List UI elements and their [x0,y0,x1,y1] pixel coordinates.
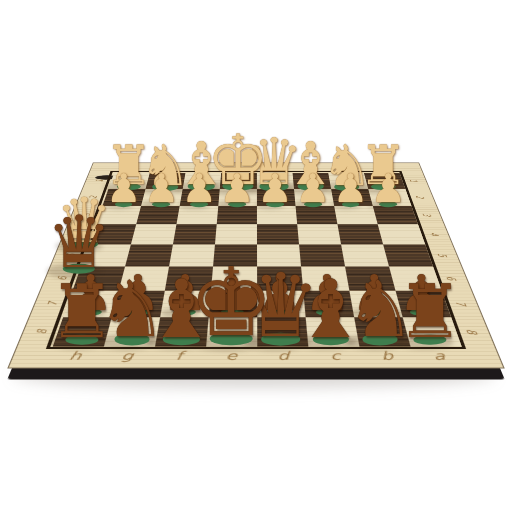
white-pawn-h2[interactable]: ♟ [106,169,142,209]
chess-set-photo: hgfedcba hgfedcba 12345678 12345678 ♜♞♝♛… [0,0,512,512]
white-pawn-d2[interactable]: ♟ [257,169,293,209]
white-pawn-b2[interactable]: ♟ [333,169,369,209]
square-b4[interactable] [337,224,383,244]
square-a4[interactable] [378,224,425,244]
white-pawn-f2[interactable]: ♟ [182,169,218,209]
white-pawn-a2[interactable]: ♟ [371,169,407,209]
white-pawn-g2[interactable]: ♟ [144,169,180,209]
black-rook-h8[interactable]: ♜ [49,275,115,349]
chessboard: hgfedcba hgfedcba 12345678 12345678 [59,47,453,441]
square-d4[interactable] [257,224,299,244]
white-pawn-c2[interactable]: ♟ [295,169,331,209]
white-pawn-e2[interactable]: ♟ [219,169,255,209]
square-e4[interactable] [215,224,257,244]
square-g4[interactable] [131,224,177,244]
square-c4[interactable] [297,224,341,244]
square-f4[interactable] [173,224,217,244]
